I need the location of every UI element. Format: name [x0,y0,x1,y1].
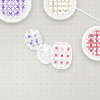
pink-glitter-jar [81,25,100,61]
nail-tip-pink [50,41,73,69]
white-glitter-contents [48,0,72,15]
pink-glitter-contents [86,30,100,56]
white-glitter-jar [43,0,77,20]
photo-scene [0,0,100,100]
purple-glitter-contents [0,0,26,17]
purple-glitter-jar [0,0,32,23]
thread [75,7,100,21]
